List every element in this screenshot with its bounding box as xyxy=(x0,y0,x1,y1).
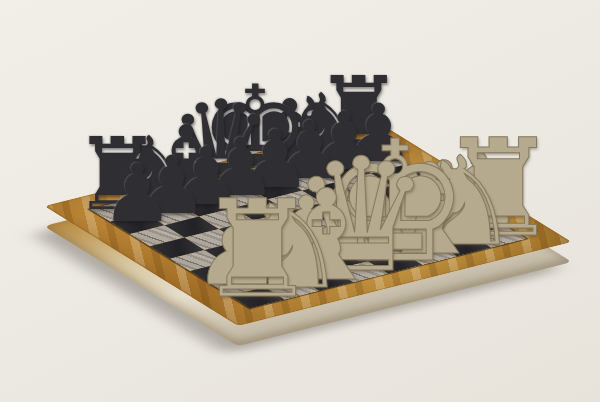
photo-scene: ♜♞♝♛♚♝♞♜♟♟♟♟♟♟♟♟♟♟♟♟♟♟♟♟♜♞♝♛♚♝♞♜ xyxy=(0,0,600,402)
chess-board xyxy=(44,122,572,326)
